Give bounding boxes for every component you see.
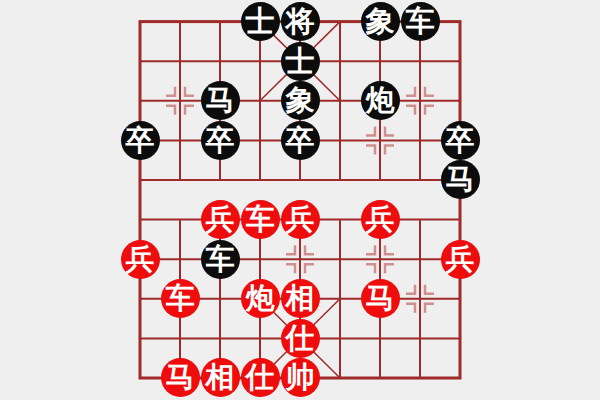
piece-red-advisor[interactable]: 仕 [281,319,320,358]
board-point-6-3[interactable] [320,81,360,121]
board-point-1-10[interactable] [120,358,160,398]
piece-red-soldier[interactable]: 兵 [441,240,480,279]
piece-red-soldier[interactable]: 兵 [121,240,160,279]
piece-red-advisor[interactable]: 仕 [241,358,280,397]
board-point-3-4[interactable]: 卒 [200,121,240,161]
board-point-5-4[interactable]: 卒 [280,121,320,161]
board-point-1-8[interactable] [120,279,160,319]
board-point-1-6[interactable] [120,200,160,240]
board-point-6-10[interactable] [320,358,360,398]
board-point-3-6[interactable]: 兵 [200,200,240,240]
board-point-5-8[interactable]: 相 [280,279,320,319]
board-point-1-4[interactable]: 卒 [120,121,160,161]
board-point-5-3[interactable]: 象 [280,81,320,121]
piece-red-horse[interactable]: 马 [361,279,400,318]
board-point-2-3[interactable] [160,81,200,121]
piece-red-general[interactable]: 帅 [281,358,320,397]
board-point-8-7[interactable] [400,239,440,279]
board-point-9-5[interactable]: 马 [440,160,480,200]
board-point-6-4[interactable] [320,121,360,161]
piece-red-elephant[interactable]: 相 [281,279,320,318]
board-point-4-5[interactable] [240,160,280,200]
piece-black-soldier[interactable]: 卒 [201,121,240,160]
board-point-9-3[interactable] [440,81,480,121]
piece-black-elephant[interactable]: 象 [281,81,320,120]
board-point-2-10[interactable]: 马 [160,358,200,398]
board-points: 士将象车士马象炮卒卒卒卒马兵车兵兵兵车兵车炮相马仕马相仕帅 [120,2,480,398]
board-point-5-2[interactable]: 士 [280,41,320,81]
board-point-1-7[interactable]: 兵 [120,239,160,279]
board-point-9-10[interactable] [440,358,480,398]
board-point-2-9[interactable] [160,319,200,359]
board-point-3-3[interactable]: 马 [200,81,240,121]
board-point-7-9[interactable] [360,319,400,359]
board-point-2-8[interactable]: 车 [160,279,200,319]
board-point-2-1[interactable] [160,2,200,42]
board-point-8-1[interactable]: 车 [400,2,440,42]
piece-black-soldier[interactable]: 卒 [121,121,160,160]
board-point-4-1[interactable]: 士 [240,2,280,42]
board-point-8-4[interactable] [400,121,440,161]
board-point-8-3[interactable] [400,81,440,121]
board-point-5-9[interactable]: 仕 [280,319,320,359]
piece-red-soldier[interactable]: 兵 [201,200,240,239]
piece-black-soldier[interactable]: 卒 [441,121,480,160]
board-point-3-8[interactable] [200,279,240,319]
board-point-6-5[interactable] [320,160,360,200]
board-point-6-7[interactable] [320,239,360,279]
board-point-7-4[interactable] [360,121,400,161]
board-point-2-2[interactable] [160,41,200,81]
board-point-5-1[interactable]: 将 [280,2,320,42]
board-point-4-6[interactable]: 车 [240,200,280,240]
board-point-9-4[interactable]: 卒 [440,121,480,161]
board-point-9-1[interactable] [440,2,480,42]
xiangqi-board-screenshot: 士将象车士马象炮卒卒卒卒马兵车兵兵兵车兵车炮相马仕马相仕帅 [0,0,600,400]
piece-black-elephant[interactable]: 象 [361,2,400,41]
board-point-5-6[interactable]: 兵 [280,200,320,240]
board-point-3-5[interactable] [200,160,240,200]
board-point-4-10[interactable]: 仕 [240,358,280,398]
board-point-5-5[interactable] [280,160,320,200]
board-point-4-3[interactable] [240,81,280,121]
board-point-2-5[interactable] [160,160,200,200]
board-point-2-6[interactable] [160,200,200,240]
piece-black-horse[interactable]: 马 [441,160,480,199]
piece-black-advisor[interactable]: 士 [241,2,280,41]
piece-red-chariot[interactable]: 车 [241,200,280,239]
board-point-8-6[interactable] [400,200,440,240]
board-point-8-10[interactable] [400,358,440,398]
piece-red-cannon[interactable]: 炮 [241,279,280,318]
piece-red-soldier[interactable]: 兵 [361,200,400,239]
board-point-3-2[interactable] [200,41,240,81]
piece-black-chariot[interactable]: 车 [201,240,240,279]
board-point-6-8[interactable] [320,279,360,319]
board-point-4-9[interactable] [240,319,280,359]
board-point-5-10[interactable]: 帅 [280,358,320,398]
board-point-3-1[interactable] [200,2,240,42]
board-point-3-7[interactable]: 车 [200,239,240,279]
board-point-7-10[interactable] [360,358,400,398]
board-point-2-7[interactable] [160,239,200,279]
board-point-9-8[interactable] [440,279,480,319]
piece-red-elephant[interactable]: 相 [201,358,240,397]
board-point-6-6[interactable] [320,200,360,240]
piece-black-advisor[interactable]: 士 [281,42,320,81]
board-point-1-3[interactable] [120,81,160,121]
piece-black-chariot[interactable]: 车 [401,2,440,41]
board-point-7-5[interactable] [360,160,400,200]
board-point-4-2[interactable] [240,41,280,81]
board-point-8-2[interactable] [400,41,440,81]
piece-red-horse[interactable]: 马 [161,358,200,397]
board-point-7-2[interactable] [360,41,400,81]
board-point-5-7[interactable] [280,239,320,279]
piece-black-soldier[interactable]: 卒 [281,121,320,160]
piece-black-general[interactable]: 将 [281,2,320,41]
board-point-4-4[interactable] [240,121,280,161]
board-point-6-9[interactable] [320,319,360,359]
board-point-1-5[interactable] [120,160,160,200]
board-point-1-9[interactable] [120,319,160,359]
piece-black-cannon[interactable]: 炮 [361,81,400,120]
board-point-7-8[interactable]: 马 [360,279,400,319]
board-point-7-1[interactable]: 象 [360,2,400,42]
board-point-9-9[interactable] [440,319,480,359]
board-point-4-7[interactable] [240,239,280,279]
board-point-7-6[interactable]: 兵 [360,200,400,240]
board-point-2-4[interactable] [160,121,200,161]
piece-red-chariot[interactable]: 车 [161,279,200,318]
board-point-8-5[interactable] [400,160,440,200]
board-point-9-2[interactable] [440,41,480,81]
board-point-8-8[interactable] [400,279,440,319]
board-point-4-8[interactable]: 炮 [240,279,280,319]
board-point-6-1[interactable] [320,2,360,42]
piece-red-soldier[interactable]: 兵 [281,200,320,239]
board-point-7-3[interactable]: 炮 [360,81,400,121]
board-point-9-6[interactable] [440,200,480,240]
board-point-6-2[interactable] [320,41,360,81]
board-point-3-9[interactable] [200,319,240,359]
board-point-1-2[interactable] [120,41,160,81]
board-point-1-1[interactable] [120,2,160,42]
board-point-8-9[interactable] [400,319,440,359]
piece-black-horse[interactable]: 马 [201,81,240,120]
board-point-3-10[interactable]: 相 [200,358,240,398]
board-point-7-7[interactable] [360,239,400,279]
board-point-9-7[interactable]: 兵 [440,239,480,279]
